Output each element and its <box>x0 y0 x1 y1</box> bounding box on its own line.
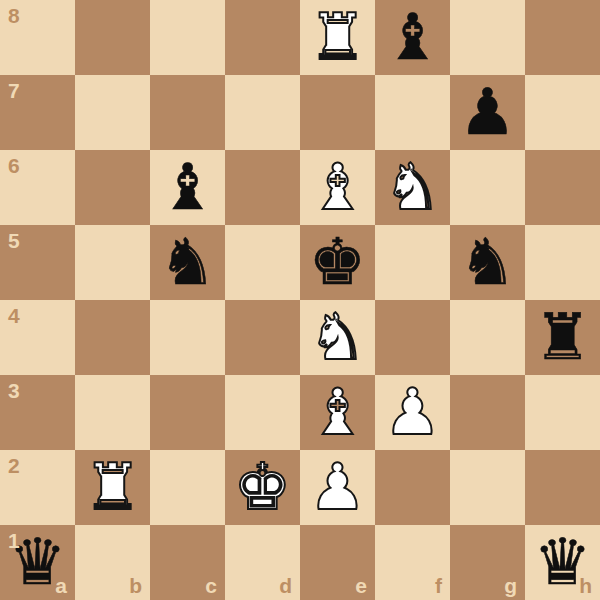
chess-board: 8♜♝7♟6♝♝♞5♞♚♞4♞♜3♝♟2♜♚♟1a♛bcdefgh♛ <box>0 0 600 600</box>
file-label-h: h <box>579 574 592 598</box>
square-a4[interactable]: 4 <box>0 300 75 375</box>
square-g4[interactable] <box>450 300 525 375</box>
square-h4[interactable]: ♜ <box>525 300 600 375</box>
square-e6[interactable]: ♝ <box>300 150 375 225</box>
square-c4[interactable] <box>150 300 225 375</box>
rank-label-5: 5 <box>8 229 20 253</box>
square-g1[interactable]: g <box>450 525 525 600</box>
file-label-b: b <box>129 574 142 598</box>
square-c1[interactable]: c <box>150 525 225 600</box>
square-e1[interactable]: e <box>300 525 375 600</box>
square-c2[interactable] <box>150 450 225 525</box>
black-queen-a1[interactable]: ♛ <box>9 525 66 600</box>
square-c5[interactable]: ♞ <box>150 225 225 300</box>
square-a2[interactable]: 2 <box>0 450 75 525</box>
square-h7[interactable] <box>525 75 600 150</box>
black-pawn-g7[interactable]: ♟ <box>459 75 516 150</box>
black-bishop-f8[interactable]: ♝ <box>384 0 441 75</box>
square-g8[interactable] <box>450 0 525 75</box>
square-e7[interactable] <box>300 75 375 150</box>
square-f4[interactable] <box>375 300 450 375</box>
square-b3[interactable] <box>75 375 150 450</box>
file-label-a: a <box>55 574 67 598</box>
square-f2[interactable] <box>375 450 450 525</box>
square-f7[interactable] <box>375 75 450 150</box>
white-knight-e4[interactable]: ♞ <box>309 300 366 375</box>
square-c3[interactable] <box>150 375 225 450</box>
square-b7[interactable] <box>75 75 150 150</box>
square-e5[interactable]: ♚ <box>300 225 375 300</box>
rank-label-1: 1 <box>8 529 20 553</box>
black-bishop-c6[interactable]: ♝ <box>159 150 216 225</box>
square-g7[interactable]: ♟ <box>450 75 525 150</box>
square-f3[interactable]: ♟ <box>375 375 450 450</box>
square-d2[interactable]: ♚ <box>225 450 300 525</box>
square-a8[interactable]: 8 <box>0 0 75 75</box>
white-pawn-e2[interactable]: ♟ <box>309 450 366 525</box>
black-king-e5[interactable]: ♚ <box>309 225 366 300</box>
file-label-d: d <box>279 574 292 598</box>
square-b4[interactable] <box>75 300 150 375</box>
square-d7[interactable] <box>225 75 300 150</box>
square-d1[interactable]: d <box>225 525 300 600</box>
square-h6[interactable] <box>525 150 600 225</box>
rank-label-2: 2 <box>8 454 20 478</box>
square-b2[interactable]: ♜ <box>75 450 150 525</box>
square-h8[interactable] <box>525 0 600 75</box>
square-h3[interactable] <box>525 375 600 450</box>
square-g5[interactable]: ♞ <box>450 225 525 300</box>
square-b8[interactable] <box>75 0 150 75</box>
square-f5[interactable] <box>375 225 450 300</box>
square-e2[interactable]: ♟ <box>300 450 375 525</box>
square-g3[interactable] <box>450 375 525 450</box>
rank-label-4: 4 <box>8 304 20 328</box>
rank-label-8: 8 <box>8 4 20 28</box>
square-f8[interactable]: ♝ <box>375 0 450 75</box>
square-d5[interactable] <box>225 225 300 300</box>
square-h1[interactable]: h♛ <box>525 525 600 600</box>
square-e8[interactable]: ♜ <box>300 0 375 75</box>
white-rook-e8[interactable]: ♜ <box>309 0 366 75</box>
black-queen-h1[interactable]: ♛ <box>534 525 591 600</box>
square-g2[interactable] <box>450 450 525 525</box>
black-knight-c5[interactable]: ♞ <box>159 225 216 300</box>
square-f6[interactable]: ♞ <box>375 150 450 225</box>
white-knight-f6[interactable]: ♞ <box>384 150 441 225</box>
file-label-e: e <box>355 574 367 598</box>
square-c6[interactable]: ♝ <box>150 150 225 225</box>
square-b6[interactable] <box>75 150 150 225</box>
square-a5[interactable]: 5 <box>0 225 75 300</box>
square-e3[interactable]: ♝ <box>300 375 375 450</box>
white-king-d2[interactable]: ♚ <box>234 450 291 525</box>
black-rook-h4[interactable]: ♜ <box>534 300 591 375</box>
square-d3[interactable] <box>225 375 300 450</box>
square-b5[interactable] <box>75 225 150 300</box>
square-h5[interactable] <box>525 225 600 300</box>
square-g6[interactable] <box>450 150 525 225</box>
file-label-c: c <box>205 574 217 598</box>
white-bishop-e6[interactable]: ♝ <box>309 150 366 225</box>
square-a1[interactable]: 1a♛ <box>0 525 75 600</box>
white-bishop-e3[interactable]: ♝ <box>309 375 366 450</box>
square-a7[interactable]: 7 <box>0 75 75 150</box>
square-c7[interactable] <box>150 75 225 150</box>
square-a3[interactable]: 3 <box>0 375 75 450</box>
white-rook-b2[interactable]: ♜ <box>84 450 141 525</box>
square-d4[interactable] <box>225 300 300 375</box>
square-f1[interactable]: f <box>375 525 450 600</box>
square-d8[interactable] <box>225 0 300 75</box>
square-c8[interactable] <box>150 0 225 75</box>
square-a6[interactable]: 6 <box>0 150 75 225</box>
square-b1[interactable]: b <box>75 525 150 600</box>
square-h2[interactable] <box>525 450 600 525</box>
rank-label-6: 6 <box>8 154 20 178</box>
square-e4[interactable]: ♞ <box>300 300 375 375</box>
rank-label-3: 3 <box>8 379 20 403</box>
rank-label-7: 7 <box>8 79 20 103</box>
file-label-f: f <box>435 574 442 598</box>
white-pawn-f3[interactable]: ♟ <box>384 375 441 450</box>
square-d6[interactable] <box>225 150 300 225</box>
file-label-g: g <box>504 574 517 598</box>
black-knight-g5[interactable]: ♞ <box>459 225 516 300</box>
